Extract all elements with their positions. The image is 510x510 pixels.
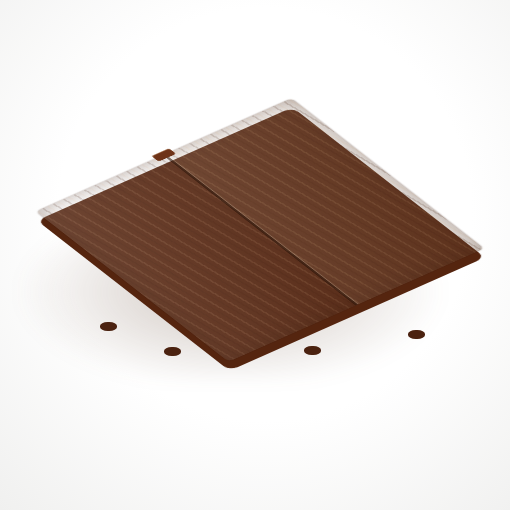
board-foot bbox=[408, 330, 425, 339]
photo-stage bbox=[0, 0, 510, 510]
board-foot bbox=[100, 322, 117, 331]
board-foot bbox=[304, 346, 321, 355]
board-foot bbox=[164, 347, 181, 356]
